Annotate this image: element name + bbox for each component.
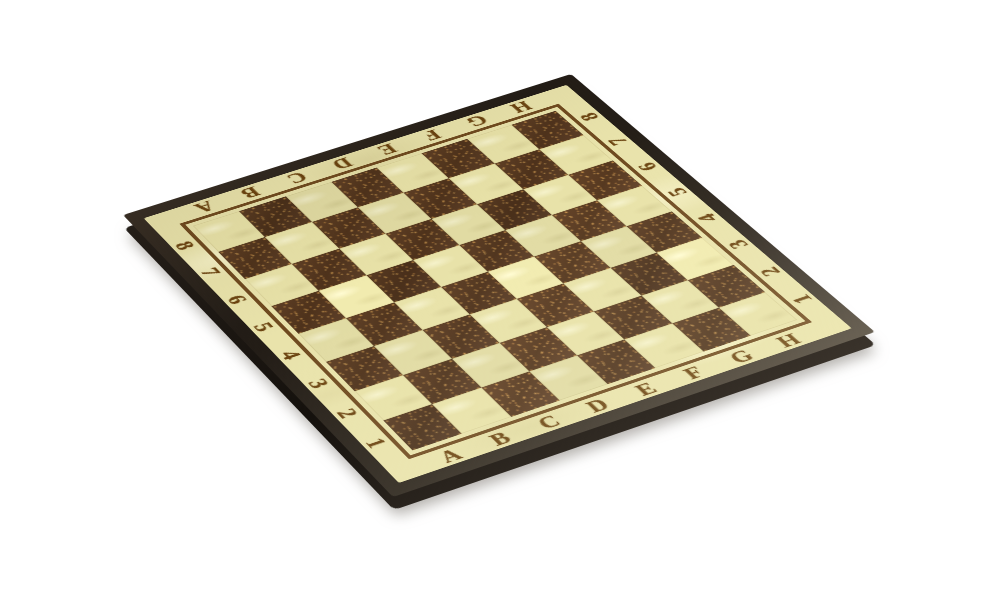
photo-background: ABCDEFGH ABCDEFGH 87654321 87654321: [0, 0, 1000, 600]
